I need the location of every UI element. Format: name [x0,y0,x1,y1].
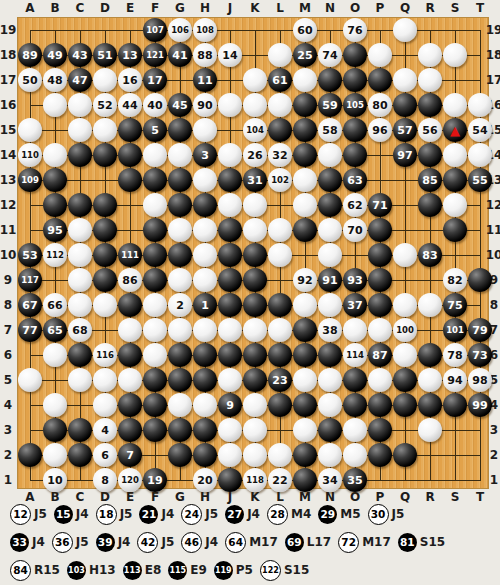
stone-G18[interactable]: 41 [168,43,192,67]
stone-N13[interactable] [318,168,342,192]
stone-G6[interactable] [168,343,192,367]
stone-G15[interactable] [168,118,192,142]
stone-R5[interactable] [418,368,442,392]
stone-S12[interactable] [443,193,467,217]
stone-Q17[interactable] [393,68,417,92]
stone-S14[interactable] [443,143,467,167]
stone-L11[interactable] [268,218,292,242]
stone-R18[interactable] [418,43,442,67]
stone-K1[interactable]: 118 [243,468,267,492]
stone-Q2[interactable] [393,443,417,467]
stone-L6[interactable] [268,343,292,367]
stone-D14[interactable] [93,143,117,167]
stone-L15[interactable] [268,118,292,142]
stone-M1[interactable] [293,468,317,492]
stone-H15[interactable] [193,118,217,142]
stone-A15[interactable] [18,118,42,142]
stone-R17[interactable] [418,68,442,92]
stone-P15[interactable]: 96 [368,118,392,142]
stone-M18[interactable]: 25 [293,43,317,67]
stone-O2[interactable] [343,443,367,467]
stone-H19[interactable]: 108 [193,18,217,42]
stone-M3[interactable] [293,418,317,442]
stone-J2[interactable] [218,443,242,467]
stone-N18[interactable]: 74 [318,43,342,67]
stone-L1[interactable]: 22 [268,468,292,492]
stone-L13[interactable]: 102 [268,168,292,192]
stone-K9[interactable] [243,268,267,292]
stone-M5[interactable] [293,368,317,392]
stone-O14[interactable] [343,143,367,167]
stone-P16[interactable]: 80 [368,93,392,117]
stone-K7[interactable] [243,318,267,342]
stone-A9[interactable]: 117 [18,268,42,292]
stone-O7[interactable] [343,318,367,342]
stone-P3[interactable] [368,418,392,442]
stone-D10[interactable] [93,243,117,267]
stone-M9[interactable]: 92 [293,268,317,292]
stone-H13[interactable] [193,168,217,192]
stone-M6[interactable] [293,343,317,367]
stone-M2[interactable] [293,443,317,467]
stone-N14[interactable] [318,143,342,167]
stone-P10[interactable] [368,243,392,267]
stone-E2[interactable]: 7 [118,443,142,467]
stone-D12[interactable] [93,193,117,217]
stone-Q16[interactable] [393,93,417,117]
stone-K11[interactable] [243,218,267,242]
stone-Q5[interactable] [393,368,417,392]
stone-K8[interactable] [243,293,267,317]
stone-E18[interactable]: 13 [118,43,142,67]
stone-B7[interactable]: 65 [43,318,67,342]
stone-H18[interactable]: 88 [193,43,217,67]
stone-H16[interactable]: 90 [193,93,217,117]
stone-F6[interactable] [143,343,167,367]
stone-B4[interactable] [43,393,67,417]
stone-T15[interactable]: 54 [468,118,492,142]
stone-H1[interactable]: 20 [193,468,217,492]
coord-label-bottom: D [100,490,110,504]
stone-T13[interactable]: 55 [468,168,492,192]
stone-N16[interactable]: 59 [318,93,342,117]
stone-L16[interactable] [268,93,292,117]
stone-number: 57 [397,125,412,136]
stone-E9[interactable]: 86 [118,268,142,292]
stone-J10[interactable] [218,243,242,267]
stone-M16[interactable] [293,93,317,117]
stone-A17[interactable]: 50 [18,68,42,92]
stone-C9[interactable] [68,268,92,292]
stone-S8[interactable]: 75 [443,293,467,317]
stone-O16[interactable]: 105 [343,93,367,117]
stone-G10[interactable] [168,243,192,267]
caption-line: 12J515J418J521J424J527J428M429M530J5 [10,500,496,528]
stone-J14[interactable] [218,143,242,167]
stone-P18[interactable] [368,43,392,67]
stone-P2[interactable] [368,443,392,467]
stone-P17[interactable] [368,68,392,92]
stone-K14[interactable]: 26 [243,143,267,167]
stone-P12[interactable]: 71 [368,193,392,217]
stone-N8[interactable] [318,293,342,317]
stone-B11[interactable]: 95 [43,218,67,242]
stone-C6[interactable] [68,343,92,367]
stone-C11[interactable] [68,218,92,242]
stone-A7[interactable]: 77 [18,318,42,342]
stone-H4[interactable] [193,393,217,417]
stone-R15[interactable]: 56 [418,118,442,142]
stone-K15[interactable]: 104 [243,118,267,142]
stone-S16[interactable] [443,93,467,117]
stone-D3[interactable]: 4 [93,418,117,442]
stone-T6[interactable]: 73 [468,343,492,367]
stone-K5[interactable] [243,368,267,392]
stone-number: 116 [96,351,114,360]
stone-G8[interactable]: 2 [168,293,192,317]
stone-J9[interactable] [218,268,242,292]
stone-O11[interactable]: 70 [343,218,367,242]
stone-O9[interactable]: 93 [343,268,367,292]
caption-move-21: 21J4 [139,505,174,524]
stone-C14[interactable] [68,143,92,167]
stone-K12[interactable] [243,193,267,217]
stone-A18[interactable]: 89 [18,43,42,67]
stone-E6[interactable] [118,343,142,367]
stone-F9[interactable] [143,268,167,292]
stone-Q15[interactable]: 57 [393,118,417,142]
stone-J12[interactable] [218,193,242,217]
stone-N10[interactable] [318,243,342,267]
stone-number: 5 [151,125,159,136]
stone-E13[interactable] [118,168,142,192]
stone-K3[interactable] [243,418,267,442]
stone-F12[interactable] [143,193,167,217]
stone-F7[interactable] [143,318,167,342]
stone-Q7[interactable]: 100 [393,318,417,342]
stone-G12[interactable] [168,193,192,217]
stone-R8[interactable] [418,293,442,317]
stone-C3[interactable] [68,418,92,442]
stone-L4[interactable] [268,393,292,417]
stone-F4[interactable] [143,393,167,417]
stone-T16[interactable] [468,93,492,117]
stone-M7[interactable] [293,318,317,342]
stone-G13[interactable] [168,168,192,192]
stone-H12[interactable] [193,193,217,217]
stone-Q8[interactable] [393,293,417,317]
stone-M4[interactable] [293,393,317,417]
stone-S9[interactable]: 82 [443,268,467,292]
stone-P11[interactable] [368,218,392,242]
stone-C17[interactable]: 47 [68,68,92,92]
stone-D9[interactable] [93,268,117,292]
stone-E15[interactable] [118,118,142,142]
stone-D8[interactable] [93,293,117,317]
stone-A8[interactable]: 67 [18,293,42,317]
stone-D5[interactable] [93,368,117,392]
stone-K16[interactable] [243,93,267,117]
stone-T14[interactable] [468,143,492,167]
stone-M11[interactable] [293,218,317,242]
stone-F3[interactable] [143,418,167,442]
stone-G2[interactable] [168,443,192,467]
stone-O8[interactable]: 37 [343,293,367,317]
stone-T7[interactable]: 79 [468,318,492,342]
stone-B8[interactable]: 66 [43,293,67,317]
stone-C7[interactable]: 68 [68,318,92,342]
stone-R4[interactable] [418,393,442,417]
stone-N2[interactable] [318,443,342,467]
stone-B2[interactable] [43,443,67,467]
stone-F11[interactable] [143,218,167,242]
stone-A13[interactable]: 109 [18,168,42,192]
stone-P7[interactable] [368,318,392,342]
stone-O12[interactable]: 62 [343,193,367,217]
stone-E8[interactable] [118,293,142,317]
stone-R3[interactable] [418,418,442,442]
stone-J4[interactable]: 9 [218,393,242,417]
stone-B18[interactable]: 49 [43,43,67,67]
stone-B3[interactable] [43,418,67,442]
stone-J16[interactable] [218,93,242,117]
stone-D1[interactable]: 8 [93,468,117,492]
stone-M19[interactable]: 60 [293,18,317,42]
stone-D15[interactable] [93,118,117,142]
stone-Q6[interactable] [393,343,417,367]
stone-S11[interactable] [443,218,467,242]
stone-M14[interactable] [293,143,317,167]
stone-R13[interactable]: 85 [418,168,442,192]
stone-F13[interactable] [143,168,167,192]
stone-S7[interactable]: 101 [443,318,467,342]
stone-C18[interactable]: 43 [68,43,92,67]
stone-E5[interactable] [118,368,142,392]
stone-D4[interactable] [93,393,117,417]
stone-F8[interactable] [143,293,167,317]
stone-R16[interactable] [418,93,442,117]
stone-F17[interactable]: 17 [143,68,167,92]
stone-D16[interactable]: 52 [93,93,117,117]
stone-D6[interactable]: 116 [93,343,117,367]
stone-K4[interactable] [243,393,267,417]
stone-K13[interactable]: 31 [243,168,267,192]
stone-N4[interactable] [318,393,342,417]
stone-A5[interactable] [18,368,42,392]
stone-L14[interactable]: 32 [268,143,292,167]
stone-K2[interactable] [243,443,267,467]
stone-G19[interactable]: 106 [168,18,192,42]
stone-G16[interactable]: 45 [168,93,192,117]
stone-P4[interactable] [368,393,392,417]
stone-M15[interactable] [293,118,317,142]
stone-E7[interactable] [118,318,142,342]
stone-E10[interactable]: 111 [118,243,142,267]
stone-S13[interactable] [443,168,467,192]
stone-N1[interactable]: 34 [318,468,342,492]
stone-F15[interactable]: 5 [143,118,167,142]
stone-K6[interactable] [243,343,267,367]
stone-G7[interactable] [168,318,192,342]
stone-D11[interactable] [93,218,117,242]
stone-H10[interactable] [193,243,217,267]
stone-C15[interactable] [68,118,92,142]
stone-C16[interactable] [68,93,92,117]
stone-T5[interactable]: 98 [468,368,492,392]
stone-L10[interactable] [268,243,292,267]
stone-O17[interactable] [343,68,367,92]
stone-G11[interactable] [168,218,192,242]
stone-L5[interactable]: 23 [268,368,292,392]
stone-Q4[interactable] [393,393,417,417]
stone-R10[interactable]: 83 [418,243,442,267]
stone-B13[interactable] [43,168,67,192]
stone-M8[interactable] [293,293,317,317]
stone-C12[interactable] [68,193,92,217]
stone-H6[interactable] [193,343,217,367]
stone-F19[interactable]: 107 [143,18,167,42]
stone-Q10[interactable] [393,243,417,267]
stone-P9[interactable] [368,268,392,292]
stone-G5[interactable] [168,368,192,392]
stone-L7[interactable] [268,318,292,342]
stone-O6[interactable]: 114 [343,343,367,367]
stone-J3[interactable] [218,418,242,442]
stone-B17[interactable]: 48 [43,68,67,92]
stone-N15[interactable]: 58 [318,118,342,142]
stone-J6[interactable] [218,343,242,367]
stone-S5[interactable]: 94 [443,368,467,392]
stone-A10[interactable]: 53 [18,243,42,267]
stone-F14[interactable] [143,143,167,167]
stone-B14[interactable] [43,143,67,167]
stone-O4[interactable] [343,393,367,417]
stone-F5[interactable] [143,368,167,392]
stone-S15[interactable]: ▲ [443,118,467,142]
coord-label-top: E [126,1,134,15]
stone-O13[interactable]: 63 [343,168,367,192]
stone-G9[interactable] [168,268,192,292]
stone-H8[interactable]: 1 [193,293,217,317]
stone-H7[interactable] [193,318,217,342]
stone-S18[interactable] [443,43,467,67]
stone-H3[interactable] [193,418,217,442]
stone-R12[interactable] [418,193,442,217]
stone-O3[interactable] [343,418,367,442]
stone-G4[interactable] [168,393,192,417]
stone-L8[interactable] [268,293,292,317]
stone-H11[interactable] [193,218,217,242]
stone-N11[interactable] [318,218,342,242]
stone-N7[interactable]: 38 [318,318,342,342]
stone-J13[interactable] [218,168,242,192]
stone-C10[interactable] [68,243,92,267]
stone-E17[interactable]: 16 [118,68,142,92]
caption-stone-glyph: 29 [318,505,337,524]
stone-S4[interactable] [443,393,467,417]
stone-T9[interactable] [468,268,492,292]
stone-E3[interactable] [118,418,142,442]
stone-L17[interactable]: 61 [268,68,292,92]
stone-Q14[interactable]: 97 [393,143,417,167]
stone-F10[interactable] [143,243,167,267]
stone-H5[interactable] [193,368,217,392]
stone-K17[interactable] [243,68,267,92]
stone-G14[interactable] [168,143,192,167]
stone-M12[interactable] [293,193,317,217]
stone-B10[interactable]: 112 [43,243,67,267]
stone-F16[interactable]: 40 [143,93,167,117]
stone-P6[interactable]: 87 [368,343,392,367]
stone-P8[interactable] [368,293,392,317]
stone-D17[interactable] [93,68,117,92]
stone-O5[interactable] [343,368,367,392]
stone-H14[interactable]: 3 [193,143,217,167]
stone-E16[interactable]: 44 [118,93,142,117]
stone-N6[interactable] [318,343,342,367]
stone-R6[interactable] [418,343,442,367]
stone-B1[interactable]: 10 [43,468,67,492]
stone-D18[interactable]: 51 [93,43,117,67]
stone-L2[interactable] [268,443,292,467]
stone-O18[interactable] [343,43,367,67]
stone-N12[interactable] [318,193,342,217]
stone-F18[interactable]: 121 [143,43,167,67]
coord-label-bottom: J [228,490,232,504]
stone-O19[interactable]: 76 [343,18,367,42]
stone-N3[interactable] [318,418,342,442]
stone-H9[interactable] [193,268,217,292]
stone-F1[interactable]: 19 [143,468,167,492]
stone-J18[interactable]: 14 [218,43,242,67]
stone-M13[interactable] [293,168,317,192]
stone-J11[interactable] [218,218,242,242]
stone-C5[interactable] [68,368,92,392]
stone-E4[interactable] [118,393,142,417]
stone-A14[interactable]: 110 [18,143,42,167]
stone-H2[interactable] [193,443,217,467]
stone-N5[interactable] [318,368,342,392]
stone-E14[interactable] [118,143,142,167]
stone-A2[interactable] [18,443,42,467]
stone-T4[interactable]: 99 [468,393,492,417]
stone-C8[interactable] [68,293,92,317]
stone-E1[interactable]: 120 [118,468,142,492]
stone-D2[interactable]: 6 [93,443,117,467]
stone-B12[interactable] [43,193,67,217]
stone-J5[interactable] [218,368,242,392]
stone-J1[interactable] [218,468,242,492]
stone-S6[interactable]: 78 [443,343,467,367]
stone-O1[interactable]: 35 [343,468,367,492]
stone-C2[interactable] [68,443,92,467]
stone-B6[interactable] [43,343,67,367]
stone-P5[interactable] [368,368,392,392]
stone-L18[interactable] [268,43,292,67]
stone-N9[interactable]: 91 [318,268,342,292]
stone-O15[interactable] [343,118,367,142]
stone-K10[interactable] [243,243,267,267]
stone-B16[interactable] [43,93,67,117]
stone-R14[interactable] [418,143,442,167]
stone-Q19[interactable] [393,18,417,42]
stone-G3[interactable] [168,418,192,442]
stone-J7[interactable] [218,318,242,342]
stone-M17[interactable] [293,68,317,92]
stone-N17[interactable] [318,68,342,92]
stone-H17[interactable]: 11 [193,68,217,92]
stone-J8[interactable] [218,293,242,317]
